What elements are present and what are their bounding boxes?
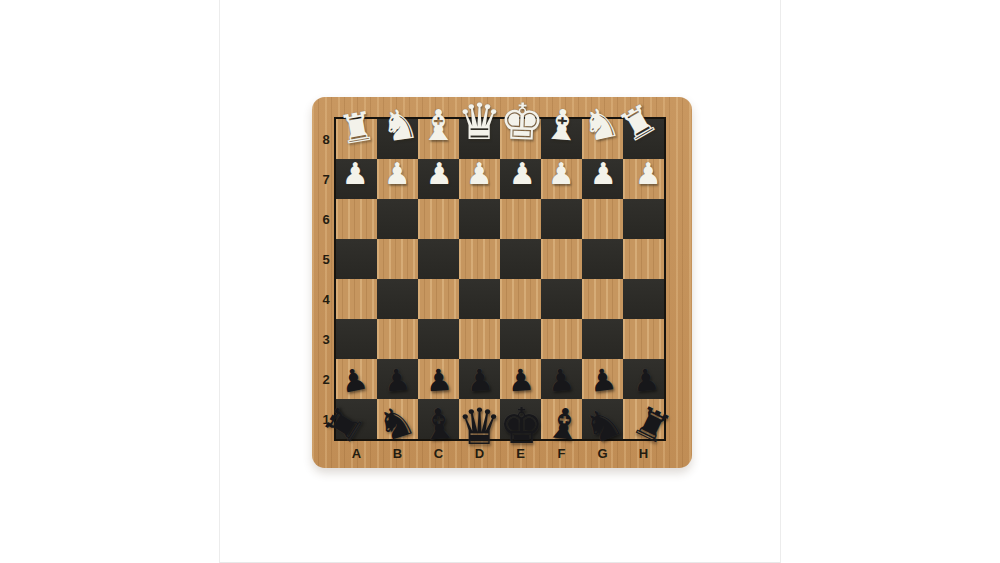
square-e4 (500, 279, 541, 319)
square-g7 (582, 159, 623, 199)
square-d8 (459, 119, 500, 159)
file-labels: ABCDEFGH (336, 441, 664, 465)
square-f7 (541, 159, 582, 199)
square-c5 (418, 239, 459, 279)
square-d1 (459, 399, 500, 439)
square-h4 (623, 279, 664, 319)
square-e7 (500, 159, 541, 199)
square-c7 (418, 159, 459, 199)
file-label-C: C (418, 441, 459, 465)
square-e1 (500, 399, 541, 439)
file-label-E: E (500, 441, 541, 465)
square-g4 (582, 279, 623, 319)
square-d7 (459, 159, 500, 199)
square-f1 (541, 399, 582, 439)
file-label-H: H (623, 441, 664, 465)
square-e5 (500, 239, 541, 279)
chess-board: 87654321 ABCDEFGH ♜♞♝♛♚♝♞♜♟♟♟♟♟♟♟♟♟♟♟♟♟♟… (312, 97, 692, 468)
rank-label-4: 4 (316, 279, 336, 319)
file-label-G: G (582, 441, 623, 465)
square-b4 (377, 279, 418, 319)
square-e8 (500, 119, 541, 159)
square-f4 (541, 279, 582, 319)
square-h2 (623, 359, 664, 399)
square-d3 (459, 319, 500, 359)
square-f3 (541, 319, 582, 359)
file-label-A: A (336, 441, 377, 465)
square-b8 (377, 119, 418, 159)
square-b5 (377, 239, 418, 279)
rank-label-1: 1 (316, 399, 336, 439)
rank-label-5: 5 (316, 239, 336, 279)
square-c1 (418, 399, 459, 439)
square-f5 (541, 239, 582, 279)
square-a2 (336, 359, 377, 399)
square-d6 (459, 199, 500, 239)
board-grid (336, 119, 664, 439)
square-d5 (459, 239, 500, 279)
square-c3 (418, 319, 459, 359)
file-label-B: B (377, 441, 418, 465)
square-b6 (377, 199, 418, 239)
square-e2 (500, 359, 541, 399)
square-h7 (623, 159, 664, 199)
square-f8 (541, 119, 582, 159)
square-h3 (623, 319, 664, 359)
page-background: 87654321 ABCDEFGH ♜♞♝♛♚♝♞♜♟♟♟♟♟♟♟♟♟♟♟♟♟♟… (0, 0, 1000, 563)
product-photo-card: 87654321 ABCDEFGH ♜♞♝♛♚♝♞♜♟♟♟♟♟♟♟♟♟♟♟♟♟♟… (219, 0, 781, 563)
rank-label-6: 6 (316, 199, 336, 239)
square-h6 (623, 199, 664, 239)
square-g2 (582, 359, 623, 399)
rank-label-2: 2 (316, 359, 336, 399)
square-b7 (377, 159, 418, 199)
square-c8 (418, 119, 459, 159)
rank-label-8: 8 (316, 119, 336, 159)
square-a5 (336, 239, 377, 279)
square-c2 (418, 359, 459, 399)
square-b2 (377, 359, 418, 399)
square-b1 (377, 399, 418, 439)
file-label-F: F (541, 441, 582, 465)
square-a7 (336, 159, 377, 199)
square-g5 (582, 239, 623, 279)
square-g3 (582, 319, 623, 359)
square-g1 (582, 399, 623, 439)
square-c6 (418, 199, 459, 239)
square-a3 (336, 319, 377, 359)
square-b3 (377, 319, 418, 359)
file-label-D: D (459, 441, 500, 465)
square-e3 (500, 319, 541, 359)
rank-label-7: 7 (316, 159, 336, 199)
square-a8 (336, 119, 377, 159)
square-h8 (623, 119, 664, 159)
rank-label-3: 3 (316, 319, 336, 359)
square-g8 (582, 119, 623, 159)
square-h5 (623, 239, 664, 279)
square-d4 (459, 279, 500, 319)
square-c4 (418, 279, 459, 319)
square-f2 (541, 359, 582, 399)
square-a4 (336, 279, 377, 319)
square-f6 (541, 199, 582, 239)
rank-labels: 87654321 (316, 119, 336, 439)
square-a6 (336, 199, 377, 239)
square-g6 (582, 199, 623, 239)
square-a1 (336, 399, 377, 439)
square-h1 (623, 399, 664, 439)
square-e6 (500, 199, 541, 239)
square-d2 (459, 359, 500, 399)
